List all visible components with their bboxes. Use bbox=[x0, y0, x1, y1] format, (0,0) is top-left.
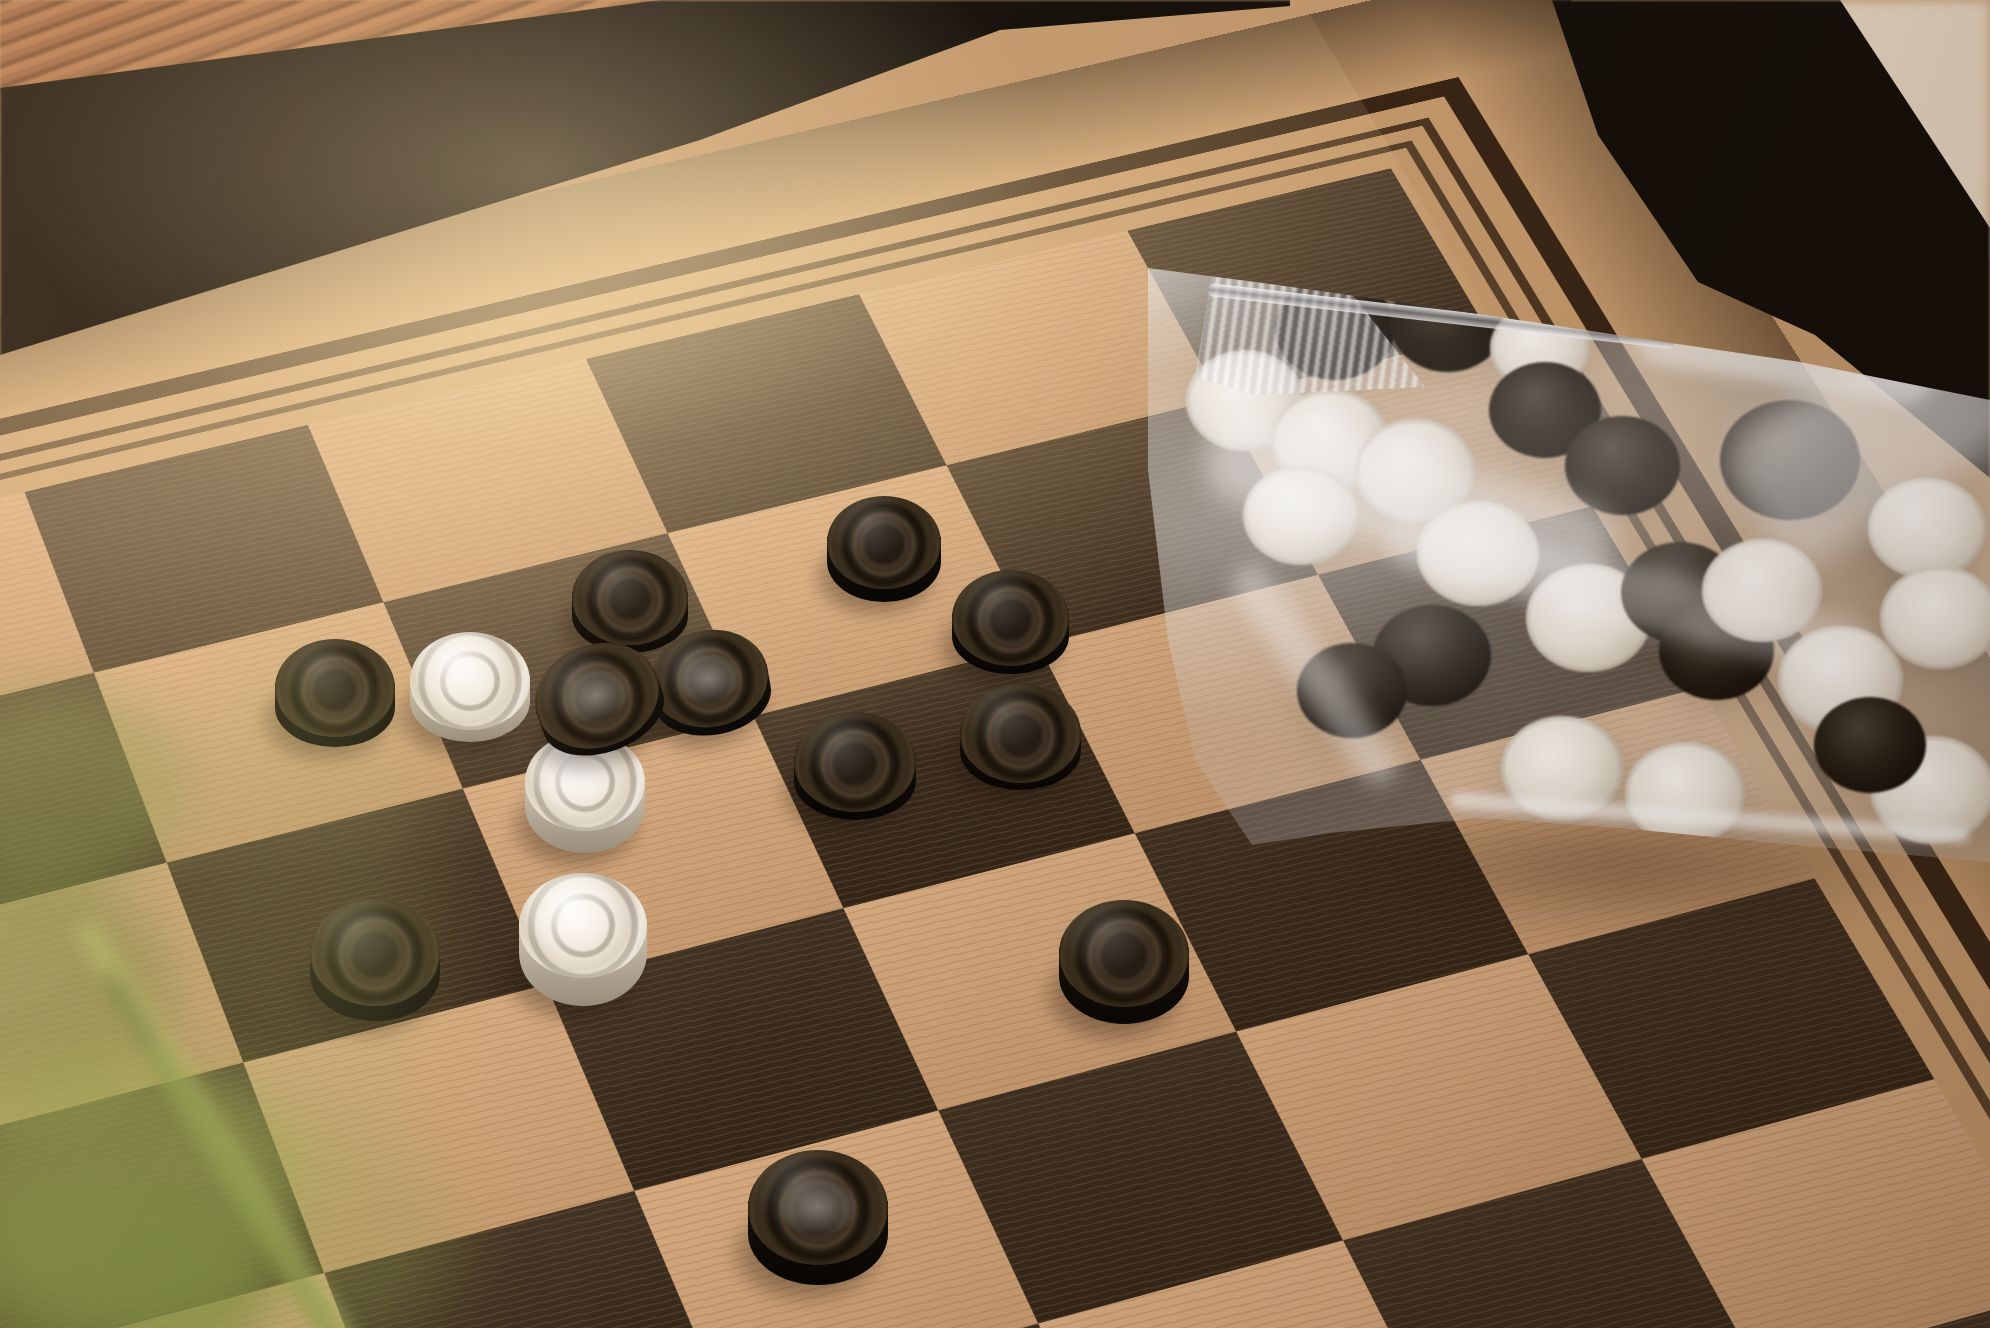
plant-leaf-blur bbox=[0, 860, 180, 1120]
plant-grass-streak bbox=[143, 1040, 437, 1328]
plant-leaf-blur bbox=[0, 1180, 275, 1328]
plant-leaf-blur bbox=[0, 685, 195, 895]
photo-scene bbox=[0, 0, 1990, 1328]
plant-leaf-blur bbox=[0, 1090, 460, 1328]
plant-leaf-blur bbox=[0, 1050, 300, 1328]
plant-leaf-blur bbox=[160, 650, 440, 1190]
plant-blur-foreground bbox=[0, 0, 1990, 1328]
plant-grass-streak bbox=[99, 970, 400, 1328]
plant-grass-streak bbox=[71, 916, 369, 1328]
